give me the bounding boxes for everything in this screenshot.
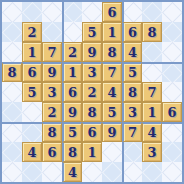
cell-r4c1[interactable]: 8	[2, 62, 22, 82]
cell-r5c6[interactable]: 4	[102, 82, 122, 102]
cell-r1c9[interactable]	[162, 2, 182, 22]
cell-r3c2[interactable]: 1	[22, 42, 42, 62]
cell-r7c5[interactable]: 6	[82, 122, 102, 142]
cell-r5c9[interactable]	[162, 82, 182, 102]
cell-r9c4[interactable]: 4	[62, 162, 82, 182]
cell-r6c8[interactable]: 1	[142, 102, 162, 122]
cell-r6c2[interactable]	[22, 102, 42, 122]
cell-r4c7[interactable]: 5	[122, 62, 142, 82]
cell-r1c8[interactable]	[142, 2, 162, 22]
cell-r3c1[interactable]	[2, 42, 22, 62]
cell-r3c9[interactable]	[162, 42, 182, 62]
cell-r2c8[interactable]: 8	[142, 22, 162, 42]
cell-r1c2[interactable]	[22, 2, 42, 22]
cell-r2c1[interactable]	[2, 22, 22, 42]
sudoku-board: 6251681729848691375536248729853168569744…	[0, 0, 184, 184]
cell-r6c1[interactable]	[2, 102, 22, 122]
cell-r8c1[interactable]	[2, 142, 22, 162]
cell-r2c5[interactable]: 5	[82, 22, 102, 42]
cell-r4c3[interactable]: 9	[42, 62, 62, 82]
cell-r4c4[interactable]: 1	[62, 62, 82, 82]
cell-r9c1[interactable]	[2, 162, 22, 182]
cell-r3c7[interactable]: 4	[122, 42, 142, 62]
cell-r5c8[interactable]: 7	[142, 82, 162, 102]
cell-r7c1[interactable]	[2, 122, 22, 142]
cell-r6c4[interactable]: 9	[62, 102, 82, 122]
cell-r7c3[interactable]: 8	[42, 122, 62, 142]
cell-r1c4[interactable]	[62, 2, 82, 22]
cell-r7c9[interactable]	[162, 122, 182, 142]
cell-r1c5[interactable]	[82, 2, 102, 22]
cell-r8c4[interactable]: 8	[62, 142, 82, 162]
cell-r8c6[interactable]	[102, 142, 122, 162]
cell-r1c1[interactable]	[2, 2, 22, 22]
cell-r2c4[interactable]	[62, 22, 82, 42]
cell-r8c2[interactable]: 4	[22, 142, 42, 162]
cell-r2c9[interactable]	[162, 22, 182, 42]
cell-r3c4[interactable]: 2	[62, 42, 82, 62]
cell-r2c2[interactable]: 2	[22, 22, 42, 42]
cell-r2c3[interactable]	[42, 22, 62, 42]
cell-r6c3[interactable]: 2	[42, 102, 62, 122]
cell-r4c9[interactable]	[162, 62, 182, 82]
cell-r3c3[interactable]: 7	[42, 42, 62, 62]
cell-r2c7[interactable]: 6	[122, 22, 142, 42]
cell-r9c3[interactable]	[42, 162, 62, 182]
cell-r9c2[interactable]	[22, 162, 42, 182]
cell-r4c6[interactable]: 7	[102, 62, 122, 82]
cell-r3c5[interactable]: 9	[82, 42, 102, 62]
cell-r4c8[interactable]	[142, 62, 162, 82]
cell-r9c5[interactable]	[82, 162, 102, 182]
cell-r1c3[interactable]	[42, 2, 62, 22]
cell-r8c9[interactable]	[162, 142, 182, 162]
cell-r8c5[interactable]: 1	[82, 142, 102, 162]
cell-r6c6[interactable]: 5	[102, 102, 122, 122]
cell-r8c7[interactable]	[122, 142, 142, 162]
cell-r6c9[interactable]: 6	[162, 102, 182, 122]
cell-r4c2[interactable]: 6	[22, 62, 42, 82]
cell-r7c6[interactable]: 9	[102, 122, 122, 142]
cell-r8c3[interactable]: 6	[42, 142, 62, 162]
cell-r5c2[interactable]: 5	[22, 82, 42, 102]
cell-r5c3[interactable]: 3	[42, 82, 62, 102]
cell-r4c5[interactable]: 3	[82, 62, 102, 82]
cell-r8c8[interactable]: 3	[142, 142, 162, 162]
cell-r7c2[interactable]	[22, 122, 42, 142]
cell-r3c8[interactable]	[142, 42, 162, 62]
cell-r5c1[interactable]	[2, 82, 22, 102]
cell-r9c6[interactable]	[102, 162, 122, 182]
cell-r7c4[interactable]: 5	[62, 122, 82, 142]
cell-r9c7[interactable]	[122, 162, 142, 182]
cell-r9c8[interactable]	[142, 162, 162, 182]
cell-r7c8[interactable]: 4	[142, 122, 162, 142]
cell-r2c6[interactable]: 1	[102, 22, 122, 42]
cell-r1c6[interactable]: 6	[102, 2, 122, 22]
cell-r1c7[interactable]	[122, 2, 142, 22]
cell-r6c7[interactable]: 3	[122, 102, 142, 122]
cell-r5c7[interactable]: 8	[122, 82, 142, 102]
cell-r5c4[interactable]: 6	[62, 82, 82, 102]
cell-r7c7[interactable]: 7	[122, 122, 142, 142]
cell-r6c5[interactable]: 8	[82, 102, 102, 122]
cell-r5c5[interactable]: 2	[82, 82, 102, 102]
cell-r3c6[interactable]: 8	[102, 42, 122, 62]
cell-r9c9[interactable]	[162, 162, 182, 182]
